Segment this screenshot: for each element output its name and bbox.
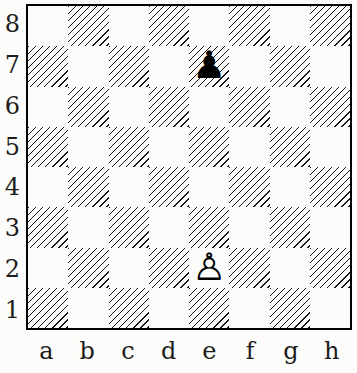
square-b2[interactable] [68,248,108,288]
square-b3[interactable] [68,207,108,247]
square-a2[interactable] [28,248,68,288]
square-a3[interactable] [28,207,68,247]
square-g8[interactable] [270,6,310,46]
square-g4[interactable] [270,167,310,207]
square-a8[interactable] [28,6,68,46]
square-e8[interactable] [189,6,229,46]
square-f5[interactable] [229,127,269,167]
square-f7[interactable] [229,46,269,86]
chess-board: ♟♙ [26,4,352,330]
square-e5[interactable] [189,127,229,167]
square-c3[interactable] [109,207,149,247]
square-d1[interactable] [149,288,189,328]
square-d2[interactable] [149,248,189,288]
chess-diagram: 87654321 ♟♙ abcdefgh [0,0,357,373]
square-g3[interactable] [270,207,310,247]
square-d5[interactable] [149,127,189,167]
square-b1[interactable] [68,288,108,328]
square-d7[interactable] [149,46,189,86]
square-a6[interactable] [28,87,68,127]
square-e6[interactable] [189,87,229,127]
square-g2[interactable] [270,248,310,288]
square-h3[interactable] [310,207,350,247]
square-a5[interactable] [28,127,68,167]
square-g1[interactable] [270,288,310,328]
square-e3[interactable] [189,207,229,247]
square-h2[interactable] [310,248,350,288]
square-f6[interactable] [229,87,269,127]
square-g5[interactable] [270,127,310,167]
square-a4[interactable] [28,167,68,207]
file-label-h: h [311,331,352,371]
square-h7[interactable] [310,46,350,86]
square-e7[interactable]: ♟ [189,46,229,86]
square-f8[interactable] [229,6,269,46]
square-d8[interactable] [149,6,189,46]
square-c6[interactable] [109,87,149,127]
file-label-g: g [271,331,312,371]
square-b5[interactable] [68,127,108,167]
rank-label-5: 5 [0,126,25,167]
square-g7[interactable] [270,46,310,86]
rank-label-6: 6 [0,86,25,127]
square-c5[interactable] [109,127,149,167]
square-a1[interactable] [28,288,68,328]
square-h8[interactable] [310,6,350,46]
rank-label-4: 4 [0,167,25,208]
square-h4[interactable] [310,167,350,207]
file-label-f: f [230,331,271,371]
black-pawn-e7: ♟ [192,46,226,84]
square-b6[interactable] [68,87,108,127]
square-c4[interactable] [109,167,149,207]
square-h5[interactable] [310,127,350,167]
square-e2[interactable]: ♙ [189,248,229,288]
file-label-d: d [148,331,189,371]
square-f3[interactable] [229,207,269,247]
file-labels: abcdefgh [26,331,352,371]
file-label-e: e [189,331,230,371]
rank-label-3: 3 [0,208,25,249]
square-a7[interactable] [28,46,68,86]
rank-label-7: 7 [0,45,25,86]
square-b8[interactable] [68,6,108,46]
file-label-a: a [26,331,67,371]
rank-labels: 87654321 [0,4,25,330]
rank-label-1: 1 [0,289,25,330]
square-d6[interactable] [149,87,189,127]
white-pawn-e2: ♙ [192,248,226,286]
square-c7[interactable] [109,46,149,86]
square-e1[interactable] [189,288,229,328]
square-d3[interactable] [149,207,189,247]
square-e4[interactable] [189,167,229,207]
square-d4[interactable] [149,167,189,207]
rank-label-2: 2 [0,249,25,290]
square-b7[interactable] [68,46,108,86]
square-g6[interactable] [270,87,310,127]
file-label-b: b [67,331,108,371]
file-label-c: c [108,331,149,371]
rank-label-8: 8 [0,4,25,45]
square-c8[interactable] [109,6,149,46]
square-c1[interactable] [109,288,149,328]
square-h6[interactable] [310,87,350,127]
square-f1[interactable] [229,288,269,328]
square-c2[interactable] [109,248,149,288]
square-f4[interactable] [229,167,269,207]
square-f2[interactable] [229,248,269,288]
square-b4[interactable] [68,167,108,207]
square-h1[interactable] [310,288,350,328]
